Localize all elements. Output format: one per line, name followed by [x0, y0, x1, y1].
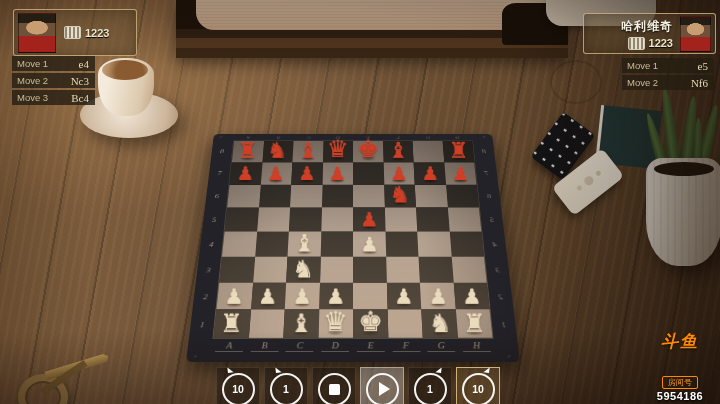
square-b7[interactable]: ♟ — [260, 162, 292, 184]
move-list-left: Move 1e4Move 2Nc3Move 3Bc4 — [12, 56, 95, 105]
coffee-ring-stain — [550, 60, 602, 104]
square-e7[interactable] — [353, 162, 384, 184]
square-b8[interactable]: ♞ — [262, 141, 293, 162]
file-label: B — [246, 340, 283, 360]
bench-cushion — [196, 0, 522, 30]
square-c3[interactable]: ♞ — [286, 256, 320, 282]
move-row: Move 3Bc4 — [12, 90, 95, 105]
file-label: E — [353, 134, 383, 140]
playback-controls: 101110 — [216, 367, 500, 404]
piece-red-bishop[interactable]: ♝ — [388, 139, 408, 161]
square-c2[interactable]: ♟ — [285, 282, 320, 309]
piece-white-pawn[interactable]: ♟ — [258, 287, 277, 308]
square-h8[interactable]: ♜ — [442, 141, 474, 162]
file-label: G — [423, 340, 460, 360]
piece-red-knight[interactable]: ♞ — [390, 183, 411, 206]
move-row: Move 2Nf6 — [622, 75, 714, 90]
square-b6[interactable] — [259, 185, 292, 208]
square-c7[interactable]: ♟ — [291, 162, 322, 184]
file-labels-bottom: ABCDEFGH — [210, 340, 496, 360]
stop-ring-icon — [318, 373, 351, 404]
rating-left: 1223 — [64, 26, 109, 39]
square-g6[interactable] — [415, 185, 448, 208]
rewind-10-button[interactable]: 10 — [216, 367, 260, 404]
square-a2[interactable]: ♟ — [216, 282, 252, 309]
square-a4[interactable] — [222, 232, 257, 257]
stop-icon — [329, 384, 340, 395]
rating-right: 1223 — [628, 37, 673, 50]
square-a7[interactable]: ♟ — [230, 162, 263, 184]
piece-red-rook[interactable]: ♜ — [237, 139, 257, 161]
rank-label: 1 — [491, 310, 518, 338]
player-panel-right: 哈利维奇 1223 — [583, 13, 716, 54]
square-b1[interactable] — [248, 310, 284, 338]
square-c1[interactable]: ♝ — [283, 310, 319, 338]
rank-label: 2 — [488, 283, 514, 310]
avatar — [18, 13, 56, 53]
rank-label: 2 — [192, 283, 218, 310]
rank-label: 3 — [196, 257, 221, 283]
piece-red-queen[interactable]: ♛ — [327, 138, 348, 161]
rating-icon — [628, 37, 645, 50]
move-row: Move 1e4 — [12, 56, 95, 71]
coffee-cup — [98, 58, 154, 116]
square-h5[interactable] — [447, 208, 481, 232]
move-label: Move 2 — [627, 77, 658, 88]
room-label: 房间号 — [662, 376, 698, 389]
square-d3[interactable] — [320, 256, 353, 282]
piece-red-pawn[interactable]: ♟ — [360, 210, 378, 230]
square-h1[interactable]: ♜ — [455, 310, 492, 338]
chess-board-wrap: ♜♞♝♛♚♝♜♟♟♟♟♟♟♟♞♟♝♟♞♟♟♟♟♟♟♟♜♝♛♚♞♜ 8765432… — [186, 62, 520, 362]
file-label: H — [459, 340, 496, 360]
square-h4[interactable] — [449, 232, 484, 257]
square-c6[interactable] — [290, 185, 322, 208]
chess-board[interactable]: ♜♞♝♛♚♝♜♟♟♟♟♟♟♟♞♟♝♟♞♟♟♟♟♟♟♟♜♝♛♚♞♜ 8765432… — [186, 134, 520, 362]
square-g5[interactable] — [416, 208, 449, 232]
room-number: 5954186 — [644, 390, 716, 402]
piece-white-bishop[interactable]: ♝ — [293, 231, 315, 255]
piece-red-knight[interactable]: ♞ — [267, 139, 287, 161]
file-label: D — [317, 340, 353, 360]
square-f3[interactable] — [386, 256, 420, 282]
square-g3[interactable] — [418, 256, 453, 282]
square-a5[interactable] — [225, 208, 259, 232]
square-a3[interactable] — [219, 256, 254, 282]
piece-red-rook[interactable]: ♜ — [449, 139, 469, 161]
rank-label: 8 — [211, 140, 234, 162]
square-f1[interactable] — [387, 310, 423, 338]
piece-white-queen[interactable]: ♛ — [323, 309, 348, 336]
file-label: C — [293, 134, 323, 140]
avatar — [680, 16, 711, 52]
move-list-right: Move 1e5Move 2Nf6 — [622, 58, 714, 90]
move-row: Move 1e5 — [622, 58, 714, 73]
file-label: G — [413, 134, 443, 140]
rank-label: 1 — [189, 310, 216, 338]
player-panel-left: 1223 — [13, 9, 137, 56]
square-e8[interactable]: ♚ — [353, 141, 383, 162]
play-button[interactable] — [360, 367, 404, 404]
rank-label: 5 — [202, 207, 226, 231]
square-d7[interactable]: ♟ — [322, 162, 353, 184]
piece-red-king[interactable]: ♚ — [357, 138, 378, 161]
square-h6[interactable] — [446, 185, 479, 208]
plant-soil — [654, 162, 714, 176]
rank-label: 6 — [205, 184, 229, 207]
file-labels-top: ABCDEFGH — [233, 134, 472, 140]
bench — [176, 0, 568, 58]
square-a6[interactable] — [227, 185, 260, 208]
file-label: E — [353, 340, 389, 360]
move-value: Nc3 — [71, 75, 89, 87]
rank-label: 4 — [482, 232, 507, 257]
forward-icon: 10 — [462, 373, 495, 404]
piece-white-knight[interactable]: ♞ — [428, 311, 451, 336]
piece-red-pawn[interactable]: ♟ — [329, 164, 346, 183]
piece-red-pawn[interactable]: ♟ — [237, 164, 254, 183]
forward-10-button[interactable]: 10 — [456, 367, 500, 404]
board-grid[interactable]: ♜♞♝♛♚♝♜♟♟♟♟♟♟♟♞♟♝♟♞♟♟♟♟♟♟♟♜♝♛♚♞♜ — [212, 140, 493, 338]
square-f5[interactable] — [384, 208, 417, 232]
square-e6[interactable] — [353, 185, 384, 208]
piece-white-pawn[interactable]: ♟ — [224, 287, 243, 308]
move-value: e5 — [698, 60, 708, 72]
square-e1[interactable]: ♚ — [353, 310, 388, 338]
move-label: Move 1 — [17, 58, 48, 69]
piece-white-king[interactable]: ♚ — [358, 309, 383, 336]
piece-white-pawn[interactable]: ♟ — [292, 287, 311, 308]
move-value: Nf6 — [691, 77, 708, 89]
stop-button[interactable] — [312, 367, 356, 404]
file-label: F — [383, 134, 413, 140]
square-d4[interactable] — [320, 232, 353, 257]
move-value: Bc4 — [71, 92, 89, 104]
square-a8[interactable]: ♜ — [232, 141, 264, 162]
rank-label: 3 — [485, 257, 510, 283]
play-ring-icon — [366, 373, 399, 404]
square-d6[interactable] — [322, 185, 353, 208]
square-b3[interactable] — [253, 256, 288, 282]
square-e5[interactable]: ♟ — [353, 208, 385, 232]
rating-value: 1223 — [85, 27, 109, 39]
rank-label: 7 — [208, 162, 231, 184]
move-value: e4 — [79, 58, 89, 70]
rewind-icon: 1 — [270, 373, 303, 404]
square-h2[interactable]: ♟ — [453, 282, 489, 309]
piece-white-bishop[interactable]: ♝ — [289, 311, 312, 336]
rating-value: 1223 — [649, 37, 673, 49]
frame-screw — [193, 355, 199, 360]
rank-label: 4 — [199, 232, 224, 257]
frame-screw — [482, 136, 487, 139]
forward-1-button[interactable]: 1 — [408, 367, 452, 404]
square-g4[interactable] — [417, 232, 451, 257]
square-g8[interactable] — [412, 141, 443, 162]
square-f8[interactable]: ♝ — [383, 141, 414, 162]
rewind-icon: 10 — [222, 373, 255, 404]
chess-game-screen: ♜♞♝♛♚♝♜♟♟♟♟♟♟♟♞♟♝♟♞♟♟♟♟♟♟♟♜♝♛♚♞♜ 8765432… — [0, 0, 720, 404]
piece-red-pawn[interactable]: ♟ — [452, 164, 469, 183]
file-label: A — [233, 134, 263, 140]
rank-label: 5 — [480, 207, 504, 231]
piece-white-pawn[interactable]: ♟ — [326, 287, 345, 308]
square-e4[interactable]: ♟ — [353, 232, 386, 257]
rank-label: 7 — [475, 162, 498, 184]
piece-white-rook[interactable]: ♜ — [463, 311, 486, 336]
square-e3[interactable] — [353, 256, 386, 282]
move-row: Move 2Nc3 — [12, 73, 95, 88]
square-b5[interactable] — [257, 208, 290, 232]
piece-white-pawn[interactable]: ♟ — [395, 287, 414, 308]
file-label: B — [263, 134, 293, 140]
move-label: Move 1 — [627, 60, 658, 71]
move-label: Move 2 — [17, 75, 48, 86]
douyu-watermark: 斗鱼 房间号 5954186 — [644, 330, 716, 402]
plant-pot — [646, 158, 720, 266]
square-c5[interactable] — [289, 208, 322, 232]
file-label: H — [442, 134, 472, 140]
square-f2[interactable]: ♟ — [386, 282, 421, 309]
square-h7[interactable]: ♟ — [444, 162, 477, 184]
piece-white-rook[interactable]: ♜ — [220, 311, 243, 336]
forward-icon: 1 — [414, 373, 447, 404]
rank-label: 8 — [473, 140, 496, 162]
square-c4[interactable]: ♝ — [288, 232, 321, 257]
square-b2[interactable]: ♟ — [251, 282, 287, 309]
piece-white-pawn[interactable]: ♟ — [429, 287, 448, 308]
frame-screw — [219, 136, 224, 139]
file-label: C — [282, 340, 318, 360]
piece-red-pawn[interactable]: ♟ — [421, 164, 438, 183]
square-a1[interactable]: ♜ — [214, 310, 251, 338]
file-label: D — [323, 134, 353, 140]
square-g7[interactable]: ♟ — [414, 162, 446, 184]
square-g1[interactable]: ♞ — [421, 310, 457, 338]
play-icon — [379, 382, 390, 396]
square-d5[interactable] — [321, 208, 353, 232]
piece-red-pawn[interactable]: ♟ — [267, 164, 284, 183]
rating-icon — [64, 26, 81, 39]
rank-label: 6 — [477, 184, 501, 207]
square-c8[interactable]: ♝ — [292, 141, 323, 162]
square-h3[interactable] — [451, 256, 486, 282]
piece-red-pawn[interactable]: ♟ — [298, 164, 315, 183]
coffee-surface — [102, 60, 148, 80]
piece-white-pawn[interactable]: ♟ — [463, 287, 482, 308]
player-name: 哈利维奇 — [621, 18, 673, 35]
douyu-logo: 斗鱼 — [644, 330, 716, 353]
square-f6[interactable]: ♞ — [384, 185, 416, 208]
square-b4[interactable] — [255, 232, 289, 257]
piece-white-pawn[interactable]: ♟ — [360, 235, 378, 255]
square-g2[interactable]: ♟ — [420, 282, 456, 309]
move-label: Move 3 — [17, 92, 48, 103]
piece-red-pawn[interactable]: ♟ — [391, 164, 408, 183]
file-label: A — [210, 340, 247, 360]
rewind-1-button[interactable]: 1 — [264, 367, 308, 404]
square-f4[interactable] — [385, 232, 418, 257]
frame-screw — [507, 355, 513, 360]
square-d1[interactable]: ♛ — [318, 310, 353, 338]
file-label: F — [388, 340, 424, 360]
piece-white-knight[interactable]: ♞ — [292, 257, 314, 281]
square-d8[interactable]: ♛ — [323, 141, 353, 162]
piece-red-bishop[interactable]: ♝ — [298, 139, 318, 161]
